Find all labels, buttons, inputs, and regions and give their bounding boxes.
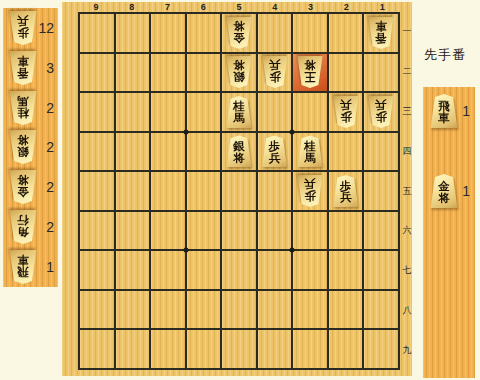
piece-gote-silver[interactable]: 銀将	[225, 56, 253, 88]
board-cell-8八[interactable]	[116, 291, 150, 329]
captured-piece-row: 金将2	[3, 167, 58, 207]
board-cell-7五[interactable]	[151, 172, 185, 210]
rank-label: 三	[402, 92, 412, 132]
board-cell-2九[interactable]	[329, 330, 363, 368]
board-cell-9二[interactable]	[80, 54, 114, 92]
hoshi-dot	[183, 129, 188, 134]
rank-label: 六	[402, 211, 412, 251]
piece-face: 香車	[8, 51, 38, 85]
piece-face: 歩兵	[367, 96, 395, 128]
captured-count: 1	[462, 103, 470, 119]
piece-kanji: 桂馬	[304, 141, 317, 165]
piece-face: 桂馬	[8, 91, 38, 125]
piece-kanji: 桂馬	[17, 94, 30, 118]
board-cell-8一[interactable]	[116, 14, 150, 52]
piece-gote-pawn[interactable]: 歩兵	[8, 11, 38, 45]
piece-gote-pawn[interactable]: 歩兵	[367, 96, 395, 128]
piece-gote-lance[interactable]: 香車	[8, 51, 38, 85]
board-cell-1一[interactable]: 香車	[364, 14, 398, 52]
piece-kanji: 歩兵	[17, 14, 30, 38]
board-cell-6七[interactable]	[187, 251, 221, 289]
piece-gote-bishop[interactable]: 角行	[8, 210, 38, 244]
file-label: 6	[185, 2, 221, 12]
piece-sente-rook[interactable]: 飛車	[429, 94, 459, 128]
board-cell-7六[interactable]	[151, 212, 185, 250]
captured-piece-row: 香車3	[3, 48, 58, 88]
board-cell-1八[interactable]	[364, 291, 398, 329]
board-cell-5三[interactable]: 桂馬	[222, 93, 256, 131]
board-cell-5八[interactable]	[222, 291, 256, 329]
board-cell-3六[interactable]	[293, 212, 327, 250]
piece-kanji: 桂馬	[232, 101, 245, 125]
board-cell-1二[interactable]	[364, 54, 398, 92]
piece-kanji: 歩兵	[268, 59, 281, 83]
gote-captured-stand: 歩兵12香車3桂馬2銀将2金将2角行2飛車1	[3, 8, 58, 287]
board-cell-5二[interactable]: 銀将	[222, 54, 256, 92]
piece-face: 角行	[8, 210, 38, 244]
board-cell-7四[interactable]	[151, 133, 185, 171]
file-labels: 987654321	[78, 2, 400, 12]
piece-kanji: 歩兵	[304, 178, 317, 202]
piece-face: 歩兵	[332, 175, 360, 207]
piece-gote-knight[interactable]: 桂馬	[8, 91, 38, 125]
board-cell-4三[interactable]	[258, 93, 292, 131]
piece-kanji: 金将	[438, 181, 451, 205]
board-cell-6六[interactable]	[187, 212, 221, 250]
board-cell-8四[interactable]	[116, 133, 150, 171]
board-cell-5七[interactable]	[222, 251, 256, 289]
piece-face: 飛車	[429, 94, 459, 128]
board-cell-7三[interactable]	[151, 93, 185, 131]
piece-kanji: 歩兵	[268, 141, 281, 165]
board-cell-6三[interactable]	[187, 93, 221, 131]
piece-face: 王将	[296, 56, 324, 88]
captured-piece-row: 歩兵12	[3, 8, 58, 48]
board-cell-4九[interactable]	[258, 330, 292, 368]
board-cell-3三[interactable]	[293, 93, 327, 131]
board-cell-7七[interactable]	[151, 251, 185, 289]
board-cell-4五[interactable]	[258, 172, 292, 210]
board-cell-6二[interactable]	[187, 54, 221, 92]
piece-gote-rook[interactable]: 飛車	[8, 250, 38, 284]
board-cell-4一[interactable]	[258, 14, 292, 52]
board-cell-4八[interactable]	[258, 291, 292, 329]
board-cell-6八[interactable]	[187, 291, 221, 329]
file-label: 3	[293, 2, 329, 12]
board-cell-8六[interactable]	[116, 212, 150, 250]
hoshi-dot	[183, 247, 188, 252]
board-cell-8九[interactable]	[116, 330, 150, 368]
piece-face: 銀将	[225, 56, 253, 88]
piece-kanji: 飛車	[17, 254, 30, 278]
board-cell-6五[interactable]	[187, 172, 221, 210]
piece-face: 飛車	[8, 250, 38, 284]
captured-count: 2	[46, 139, 54, 155]
board-cell-8二[interactable]	[116, 54, 150, 92]
piece-sente-pawn[interactable]: 歩兵	[332, 175, 360, 207]
piece-face: 歩兵	[332, 96, 360, 128]
piece-kanji: 歩兵	[375, 98, 388, 122]
piece-gote-pawn[interactable]: 歩兵	[296, 175, 324, 207]
piece-gote-pawn[interactable]: 歩兵	[261, 56, 289, 88]
board-cell-2二[interactable]	[329, 54, 363, 92]
board-cell-4二[interactable]: 歩兵	[258, 54, 292, 92]
piece-sente-knight[interactable]: 桂馬	[225, 96, 253, 128]
board-cell-1五[interactable]	[364, 172, 398, 210]
captured-piece-row: 桂馬2	[3, 88, 58, 128]
piece-sente-knight[interactable]: 桂馬	[296, 135, 324, 167]
captured-piece-row: 飛車1	[423, 94, 475, 128]
board-cell-7一[interactable]	[151, 14, 185, 52]
board-cell-1四[interactable]	[364, 133, 398, 171]
board-cell-2八[interactable]	[329, 291, 363, 329]
board-cell-4七[interactable]	[258, 251, 292, 289]
rank-label: 九	[402, 330, 412, 370]
piece-kanji: 香車	[17, 54, 30, 78]
file-label: 9	[78, 2, 114, 12]
board-cell-3八[interactable]	[293, 291, 327, 329]
file-label: 4	[257, 2, 293, 12]
piece-kanji: 角行	[17, 214, 30, 238]
rank-label: 一	[402, 12, 412, 52]
piece-gote-silver[interactable]: 銀将	[8, 130, 38, 164]
rank-labels: 一二三四五六七八九	[402, 12, 412, 370]
board-cell-2一[interactable]	[329, 14, 363, 52]
shogi-board: 金将香車銀将歩兵王将桂馬歩兵歩兵銀将歩兵桂馬歩兵歩兵	[78, 12, 400, 370]
board-cell-1九[interactable]	[364, 330, 398, 368]
board-cell-7八[interactable]	[151, 291, 185, 329]
file-label: 8	[114, 2, 150, 12]
captured-piece-row: 金将1	[423, 174, 475, 208]
piece-kanji: 飛車	[438, 101, 451, 125]
captured-count: 12	[38, 20, 54, 36]
captured-count: 1	[46, 259, 54, 275]
board-cell-6四[interactable]	[187, 133, 221, 171]
board-cell-3四[interactable]: 桂馬	[293, 133, 327, 171]
board-cell-9五[interactable]	[80, 172, 114, 210]
board-cell-9七[interactable]	[80, 251, 114, 289]
rank-label: 七	[402, 251, 412, 291]
piece-sente-gold[interactable]: 金将	[429, 174, 459, 208]
captured-count: 3	[46, 60, 54, 76]
piece-face: 金将	[225, 17, 253, 49]
rank-label: 二	[402, 52, 412, 92]
captured-count: 2	[46, 100, 54, 116]
captured-count: 2	[46, 179, 54, 195]
board-cell-7九[interactable]	[151, 330, 185, 368]
board-cell-2七[interactable]	[329, 251, 363, 289]
piece-kanji: 銀将	[17, 134, 30, 158]
piece-face: 桂馬	[225, 96, 253, 128]
piece-face: 歩兵	[261, 56, 289, 88]
piece-kanji: 銀将	[232, 141, 245, 165]
board-cell-3九[interactable]	[293, 330, 327, 368]
file-label: 2	[328, 2, 364, 12]
captured-count: 2	[46, 219, 54, 235]
captured-count: 1	[462, 183, 470, 199]
board-cell-1三[interactable]: 歩兵	[364, 93, 398, 131]
piece-kanji: 王将	[304, 59, 317, 83]
captured-piece-row: 飛車1	[3, 247, 58, 287]
piece-face: 金将	[8, 170, 38, 204]
rank-label: 八	[402, 290, 412, 330]
board-cell-8三[interactable]	[116, 93, 150, 131]
board-cell-3一[interactable]	[293, 14, 327, 52]
board-cell-8五[interactable]	[116, 172, 150, 210]
board-cell-3七[interactable]	[293, 251, 327, 289]
piece-face: 金将	[429, 174, 459, 208]
board-cell-2六[interactable]	[329, 212, 363, 250]
rank-label: 四	[402, 131, 412, 171]
board-cell-9六[interactable]	[80, 212, 114, 250]
board-cell-8七[interactable]	[116, 251, 150, 289]
shogi-diagram: 歩兵12香車3桂馬2銀将2金将2角行2飛車1 987654321 金将香車銀将歩…	[0, 0, 480, 380]
board-cell-5一[interactable]: 金将	[222, 14, 256, 52]
turn-indicator: 先手番	[424, 46, 466, 64]
piece-kanji: 歩兵	[339, 181, 352, 205]
piece-face: 銀将	[8, 130, 38, 164]
board-cell-1七[interactable]	[364, 251, 398, 289]
piece-kanji: 金将	[232, 19, 245, 43]
rank-label: 五	[402, 171, 412, 211]
piece-kanji: 歩兵	[339, 98, 352, 122]
board-cell-9四[interactable]	[80, 133, 114, 171]
piece-sente-pawn[interactable]: 歩兵	[261, 135, 289, 167]
board-cell-1六[interactable]	[364, 212, 398, 250]
board-cell-5九[interactable]	[222, 330, 256, 368]
piece-gote-gold[interactable]: 金将	[8, 170, 38, 204]
piece-gote-king[interactable]: 王将	[296, 56, 324, 88]
board-cell-3二[interactable]: 王将	[293, 54, 327, 92]
piece-gote-gold[interactable]: 金将	[225, 17, 253, 49]
file-label: 5	[221, 2, 257, 12]
sente-captured-stand: 飛車1金将1	[423, 87, 475, 378]
board-cell-9一[interactable]	[80, 14, 114, 52]
board-cell-4四[interactable]: 歩兵	[258, 133, 292, 171]
board-cell-4六[interactable]	[258, 212, 292, 250]
board-cell-5六[interactable]	[222, 212, 256, 250]
captured-piece-row: 角行2	[3, 207, 58, 247]
captured-piece-row: 銀将2	[3, 128, 58, 168]
hoshi-dot	[289, 247, 294, 252]
piece-sente-silver[interactable]: 銀将	[225, 135, 253, 167]
shogi-board-panel: 987654321 金将香車銀将歩兵王将桂馬歩兵歩兵銀将歩兵桂馬歩兵歩兵 一二三…	[62, 2, 412, 376]
board-cell-6一[interactable]	[187, 14, 221, 52]
board-cell-2四[interactable]	[329, 133, 363, 171]
file-label: 7	[150, 2, 186, 12]
board-cell-9八[interactable]	[80, 291, 114, 329]
board-cell-9三[interactable]	[80, 93, 114, 131]
piece-gote-lance[interactable]: 香車	[367, 17, 395, 49]
board-cell-5五[interactable]	[222, 172, 256, 210]
piece-kanji: 銀将	[232, 59, 245, 83]
piece-face: 桂馬	[296, 135, 324, 167]
piece-kanji: 金将	[17, 174, 30, 198]
board-cell-7二[interactable]	[151, 54, 185, 92]
board-cell-9九[interactable]	[80, 330, 114, 368]
hoshi-dot	[289, 129, 294, 134]
file-label: 1	[364, 2, 400, 12]
board-cell-2三[interactable]: 歩兵	[329, 93, 363, 131]
piece-face: 歩兵	[261, 135, 289, 167]
piece-kanji: 香車	[375, 19, 388, 43]
piece-face: 歩兵	[296, 175, 324, 207]
piece-gote-pawn[interactable]: 歩兵	[332, 96, 360, 128]
board-cell-3五[interactable]: 歩兵	[293, 172, 327, 210]
piece-face: 銀将	[225, 135, 253, 167]
board-cell-2五[interactable]: 歩兵	[329, 172, 363, 210]
piece-face: 歩兵	[8, 11, 38, 45]
board-cell-6九[interactable]	[187, 330, 221, 368]
board-cell-5四[interactable]: 銀将	[222, 133, 256, 171]
piece-face: 香車	[367, 17, 395, 49]
